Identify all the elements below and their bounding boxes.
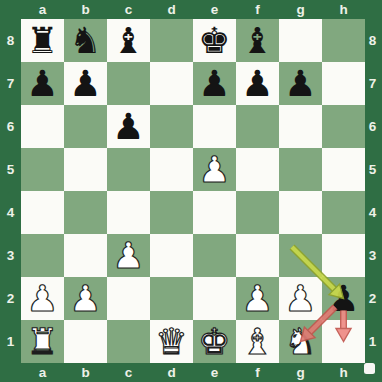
square-c6[interactable]: ♟ (107, 105, 150, 148)
square-d2[interactable] (150, 277, 193, 320)
chess-board: ♜♞♝♚♝♟♟♟♟♟♟♟♟♟♟♟♟♟♜♛♚♝♞ (21, 19, 365, 363)
piece-black-bishop[interactable]: ♝ (112, 19, 144, 62)
coord-rank-right-1: 1 (369, 335, 377, 349)
coord-file-bottom-a: a (39, 366, 47, 380)
square-d1[interactable]: ♛ (150, 320, 193, 363)
square-c3[interactable]: ♟ (107, 234, 150, 277)
coord-file-top-b: b (81, 3, 89, 17)
square-d8[interactable] (150, 19, 193, 62)
coord-rank-left-4: 4 (7, 206, 15, 220)
coord-file-bottom-f: f (255, 366, 260, 380)
coord-rank-right-2: 2 (369, 292, 377, 306)
coord-file-top-e: e (211, 3, 219, 17)
piece-black-pawn[interactable]: ♟ (198, 62, 230, 105)
piece-black-pawn[interactable]: ♟ (327, 277, 359, 320)
coord-file-bottom-d: d (167, 366, 175, 380)
piece-white-rook[interactable]: ♜ (26, 320, 58, 363)
square-b5[interactable] (64, 148, 107, 191)
square-h5[interactable] (322, 148, 365, 191)
square-c1[interactable] (107, 320, 150, 363)
coord-rank-left-8: 8 (7, 34, 15, 48)
coord-rank-left-1: 1 (7, 335, 15, 349)
square-a8[interactable]: ♜ (21, 19, 64, 62)
square-h7[interactable] (322, 62, 365, 105)
piece-white-bishop[interactable]: ♝ (241, 320, 273, 363)
piece-white-queen[interactable]: ♛ (155, 320, 187, 363)
piece-white-knight[interactable]: ♞ (284, 320, 316, 363)
square-b2[interactable]: ♟ (64, 277, 107, 320)
coord-file-top-h: h (339, 3, 347, 17)
piece-black-pawn[interactable]: ♟ (112, 105, 144, 148)
piece-black-knight[interactable]: ♞ (69, 19, 101, 62)
square-e8[interactable]: ♚ (193, 19, 236, 62)
square-g2[interactable]: ♟ (279, 277, 322, 320)
coord-file-top-a: a (39, 3, 47, 17)
square-f7[interactable]: ♟ (236, 62, 279, 105)
square-e1[interactable]: ♚ (193, 320, 236, 363)
coord-file-bottom-b: b (81, 366, 89, 380)
square-c4[interactable] (107, 191, 150, 234)
square-a5[interactable] (21, 148, 64, 191)
square-a7[interactable]: ♟ (21, 62, 64, 105)
coord-rank-left-3: 3 (7, 249, 15, 263)
piece-black-pawn[interactable]: ♟ (26, 62, 58, 105)
chessboard-frame: ♜♞♝♚♝♟♟♟♟♟♟♟♟♟♟♟♟♟♜♛♚♝♞ aabbccddeeffgghh… (0, 0, 382, 382)
square-g8[interactable] (279, 19, 322, 62)
square-a2[interactable]: ♟ (21, 277, 64, 320)
square-d3[interactable] (150, 234, 193, 277)
coord-file-top-f: f (255, 3, 260, 17)
coord-file-bottom-c: c (125, 366, 133, 380)
coord-file-bottom-g: g (296, 366, 304, 380)
piece-black-pawn[interactable]: ♟ (241, 62, 273, 105)
square-c8[interactable]: ♝ (107, 19, 150, 62)
square-b6[interactable] (64, 105, 107, 148)
coord-rank-right-3: 3 (369, 249, 377, 263)
piece-black-pawn[interactable]: ♟ (69, 62, 101, 105)
piece-white-pawn[interactable]: ♟ (198, 148, 230, 191)
square-b8[interactable]: ♞ (64, 19, 107, 62)
square-e7[interactable]: ♟ (193, 62, 236, 105)
square-b3[interactable] (64, 234, 107, 277)
square-f1[interactable]: ♝ (236, 320, 279, 363)
coord-file-top-c: c (125, 3, 133, 17)
square-h8[interactable] (322, 19, 365, 62)
square-g7[interactable]: ♟ (279, 62, 322, 105)
square-h6[interactable] (322, 105, 365, 148)
piece-white-pawn[interactable]: ♟ (241, 277, 273, 320)
square-d6[interactable] (150, 105, 193, 148)
square-a4[interactable] (21, 191, 64, 234)
square-d4[interactable] (150, 191, 193, 234)
square-b7[interactable]: ♟ (64, 62, 107, 105)
square-e4[interactable] (193, 191, 236, 234)
square-e2[interactable] (193, 277, 236, 320)
square-b1[interactable] (64, 320, 107, 363)
square-h2[interactable]: ♟ (322, 277, 365, 320)
piece-black-pawn[interactable]: ♟ (284, 62, 316, 105)
coord-rank-right-8: 8 (369, 34, 377, 48)
square-h4[interactable] (322, 191, 365, 234)
piece-white-pawn[interactable]: ♟ (112, 234, 144, 277)
square-f4[interactable] (236, 191, 279, 234)
piece-white-king[interactable]: ♚ (198, 320, 230, 363)
square-h3[interactable] (322, 234, 365, 277)
piece-white-pawn[interactable]: ♟ (284, 277, 316, 320)
square-g6[interactable] (279, 105, 322, 148)
square-a1[interactable]: ♜ (21, 320, 64, 363)
coord-rank-right-5: 5 (369, 163, 377, 177)
coord-file-bottom-h: h (339, 366, 347, 380)
square-g1[interactable]: ♞ (279, 320, 322, 363)
square-f8[interactable]: ♝ (236, 19, 279, 62)
piece-black-bishop[interactable]: ♝ (241, 19, 273, 62)
square-f2[interactable]: ♟ (236, 277, 279, 320)
square-f3[interactable] (236, 234, 279, 277)
coord-rank-right-4: 4 (369, 206, 377, 220)
square-e3[interactable] (193, 234, 236, 277)
coord-rank-left-6: 6 (7, 120, 15, 134)
square-c2[interactable] (107, 277, 150, 320)
piece-black-king[interactable]: ♚ (198, 19, 230, 62)
piece-black-rook[interactable]: ♜ (26, 19, 58, 62)
square-b4[interactable] (64, 191, 107, 234)
coord-rank-left-7: 7 (7, 77, 15, 91)
square-c5[interactable] (107, 148, 150, 191)
coord-file-top-g: g (296, 3, 304, 17)
piece-white-pawn[interactable]: ♟ (69, 277, 101, 320)
square-d5[interactable] (150, 148, 193, 191)
white-to-move-indicator-icon (364, 363, 375, 374)
square-f6[interactable] (236, 105, 279, 148)
coord-rank-left-2: 2 (7, 292, 15, 306)
square-g4[interactable] (279, 191, 322, 234)
square-a3[interactable] (21, 234, 64, 277)
coord-rank-left-5: 5 (7, 163, 15, 177)
square-f5[interactable] (236, 148, 279, 191)
square-e5[interactable]: ♟ (193, 148, 236, 191)
coord-file-bottom-e: e (211, 366, 219, 380)
square-c7[interactable] (107, 62, 150, 105)
coord-rank-right-6: 6 (369, 120, 377, 134)
square-e6[interactable] (193, 105, 236, 148)
square-h1[interactable] (322, 320, 365, 363)
piece-white-pawn[interactable]: ♟ (26, 277, 58, 320)
coord-rank-right-7: 7 (369, 77, 377, 91)
square-g3[interactable] (279, 234, 322, 277)
square-a6[interactable] (21, 105, 64, 148)
coord-file-top-d: d (167, 3, 175, 17)
square-d7[interactable] (150, 62, 193, 105)
square-g5[interactable] (279, 148, 322, 191)
